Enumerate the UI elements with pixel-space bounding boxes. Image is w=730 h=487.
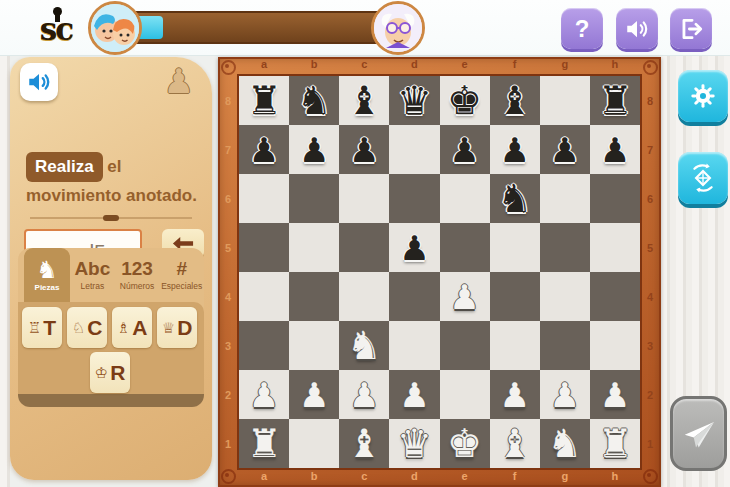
square-f2[interactable]: ♟	[490, 370, 540, 419]
square-g2[interactable]: ♟	[540, 370, 590, 419]
board-grid: ♜♞♝♛♚♝♜♟♟♟♟♟♟♟♞♟♟♞♟♟♟♟♟♟♟♜♝♛♚♝♞♜	[239, 76, 640, 468]
rank-label-5: 5	[220, 223, 236, 272]
white-pawn[interactable]: ♟	[499, 378, 529, 412]
tab-special-small: Especiales	[161, 281, 202, 291]
black-knight[interactable]: ♞	[297, 81, 332, 120]
black-bishop[interactable]: ♝	[497, 81, 532, 120]
black-pawn[interactable]: ♟	[349, 133, 379, 167]
white-rook[interactable]: ♜	[247, 424, 282, 463]
tab-pieces-label: Piezas	[35, 283, 60, 292]
submit-move-button[interactable]	[670, 396, 727, 471]
square-f7[interactable]: ♟	[490, 125, 540, 174]
speaker-blue-icon	[26, 69, 52, 95]
key-letter: D	[177, 316, 192, 340]
king-key-icon: ♔	[95, 364, 108, 382]
file-labels-top: abcdefgh	[239, 58, 640, 74]
square-b7[interactable]: ♟	[289, 125, 339, 174]
file-label-c: c	[339, 470, 389, 486]
tab-numbers[interactable]: 123 Números	[115, 248, 160, 302]
square-d5[interactable]: ♟	[389, 223, 439, 272]
white-queen[interactable]: ♛	[397, 424, 432, 463]
key-letter: T	[43, 316, 56, 340]
professor-avatar-art	[374, 4, 422, 52]
square-f5[interactable]	[490, 223, 540, 272]
black-queen[interactable]: ♛	[397, 81, 432, 120]
tab-special[interactable]: # Especiales	[159, 248, 204, 302]
tab-letters-small: Letras	[81, 281, 105, 291]
rank-label-1: 1	[220, 419, 236, 468]
square-a7[interactable]: ♟	[239, 125, 289, 174]
rank-label-4: 4	[642, 272, 658, 321]
black-rook[interactable]: ♜	[247, 81, 282, 120]
square-b6[interactable]	[289, 174, 339, 223]
rank-labels-right: 87654321	[642, 76, 658, 468]
rook-key-icon: ♖	[28, 319, 41, 337]
knight-tab-icon: ♞	[36, 258, 58, 282]
square-f8[interactable]: ♝	[490, 76, 540, 125]
file-label-d: d	[389, 58, 439, 74]
square-c1[interactable]: ♝	[339, 419, 389, 468]
square-a5[interactable]	[239, 223, 289, 272]
rank-label-8: 8	[220, 76, 236, 125]
tab-pieces[interactable]: ♞ Piezas	[24, 248, 70, 302]
pillar-background-left	[0, 55, 10, 487]
rank-label-3: 3	[220, 321, 236, 370]
square-e4[interactable]: ♟	[440, 272, 490, 321]
logout-button[interactable]	[670, 8, 712, 49]
rank-label-6: 6	[220, 174, 236, 223]
queen-key-icon: ♕	[162, 319, 175, 337]
black-pawn[interactable]: ♟	[499, 133, 529, 167]
keys-area: ♖ T ♘ C ♗ A ♕ D ♔ R	[18, 302, 204, 394]
white-bishop[interactable]: ♝	[347, 424, 382, 463]
knight-key-icon: ♘	[72, 319, 85, 337]
white-king[interactable]: ♚	[447, 424, 482, 463]
square-e3[interactable]	[440, 321, 490, 370]
white-knight[interactable]: ♞	[347, 326, 382, 365]
rank-label-7: 7	[220, 125, 236, 174]
white-pawn[interactable]: ♟	[550, 378, 580, 412]
sound-button[interactable]	[616, 8, 658, 49]
white-pawn[interactable]: ♟	[600, 378, 630, 412]
square-f4[interactable]	[490, 272, 540, 321]
instruction-text: Realiza el movimiento anotado.	[26, 152, 202, 209]
square-a4[interactable]	[239, 272, 289, 321]
read-aloud-button[interactable]	[20, 63, 58, 101]
square-a6[interactable]	[239, 174, 289, 223]
square-b1[interactable]	[289, 419, 339, 468]
black-pawn[interactable]: ♟	[449, 133, 479, 167]
file-labels-bottom: abcdefgh	[239, 470, 640, 486]
instruction-highlight: Realiza	[26, 152, 103, 182]
square-d1[interactable]: ♛	[389, 419, 439, 468]
white-pawn[interactable]: ♟	[349, 378, 379, 412]
square-e8[interactable]: ♚	[440, 76, 490, 125]
square-g4[interactable]	[540, 272, 590, 321]
square-g8[interactable]	[540, 76, 590, 125]
key-letter: C	[87, 316, 102, 340]
rank-label-6: 6	[642, 174, 658, 223]
rank-label-5: 5	[642, 223, 658, 272]
help-icon: ?	[575, 15, 590, 43]
square-d7[interactable]	[389, 125, 439, 174]
frame-ornament	[643, 469, 658, 484]
black-pawn[interactable]: ♟	[399, 231, 429, 265]
frame-ornament	[221, 60, 236, 75]
square-e5[interactable]	[440, 223, 490, 272]
file-label-a: a	[239, 58, 289, 74]
file-label-d: d	[389, 470, 439, 486]
square-c7[interactable]: ♟	[339, 125, 389, 174]
help-button[interactable]: ?	[561, 8, 603, 49]
student-avatar	[88, 1, 142, 55]
instruction-rest1: el	[107, 157, 121, 176]
kids-avatar-art	[91, 4, 139, 52]
instruction-rest2: movimiento anotado.	[26, 186, 197, 205]
file-label-c: c	[339, 58, 389, 74]
key-letter: R	[110, 361, 125, 385]
black-knight[interactable]: ♞	[497, 179, 532, 218]
square-f1[interactable]: ♝	[490, 419, 540, 468]
square-a1[interactable]: ♜	[239, 419, 289, 468]
file-label-h: h	[590, 58, 640, 74]
square-e7[interactable]: ♟	[440, 125, 490, 174]
square-c2[interactable]: ♟	[339, 370, 389, 419]
frame-ornament	[221, 469, 236, 484]
header-bar: sc	[0, 0, 730, 56]
file-label-g: g	[540, 58, 590, 74]
square-b2[interactable]: ♟	[289, 370, 339, 419]
exercise-panel: ♟ Realiza el movimiento anotado. ✕ ♞ Pie…	[10, 57, 212, 480]
square-b8[interactable]: ♞	[289, 76, 339, 125]
notation-keypad: ♞ Piezas Abc Letras 123 Números # Especi…	[18, 248, 204, 407]
square-d6[interactable]	[389, 174, 439, 223]
rank-labels-left: 87654321	[220, 76, 236, 468]
square-h7[interactable]: ♟	[590, 125, 640, 174]
square-h4[interactable]	[590, 272, 640, 321]
white-pawn[interactable]: ♟	[399, 378, 429, 412]
rank-label-8: 8	[642, 76, 658, 125]
square-g6[interactable]	[540, 174, 590, 223]
white-pawn[interactable]: ♟	[449, 280, 479, 314]
app-logo: sc	[26, 8, 86, 50]
square-c6[interactable]	[339, 174, 389, 223]
black-pawn[interactable]: ♟	[249, 133, 279, 167]
rank-label-2: 2	[220, 370, 236, 419]
tab-special-big: #	[176, 259, 187, 279]
file-label-e: e	[440, 470, 490, 486]
rank-label-3: 3	[642, 321, 658, 370]
white-pawn[interactable]: ♟	[249, 378, 279, 412]
rank-label-7: 7	[642, 125, 658, 174]
key-king-R[interactable]: ♔ R	[90, 352, 130, 393]
square-d3[interactable]	[389, 321, 439, 370]
square-b4[interactable]	[289, 272, 339, 321]
tab-letters[interactable]: Abc Letras	[70, 248, 115, 302]
white-knight[interactable]: ♞	[547, 424, 582, 463]
square-d8[interactable]: ♛	[389, 76, 439, 125]
app-root: sc	[0, 0, 730, 487]
white-rook[interactable]: ♜	[597, 424, 632, 463]
progress-bar	[118, 11, 410, 44]
flip-board-icon	[688, 162, 718, 194]
key-queen-D[interactable]: ♕ D	[157, 307, 197, 348]
tab-numbers-small: Números	[120, 281, 154, 291]
speaker-icon	[624, 16, 650, 42]
key-bishop-A[interactable]: ♗ A	[112, 307, 152, 348]
file-label-h: h	[590, 470, 640, 486]
key-knight-C[interactable]: ♘ C	[67, 307, 107, 348]
key-rook-T[interactable]: ♖ T	[22, 307, 62, 348]
rank-label-4: 4	[220, 272, 236, 321]
file-label-a: a	[239, 470, 289, 486]
frame-ornament	[643, 60, 658, 75]
key-letter: A	[132, 316, 147, 340]
tutor-avatar	[371, 1, 425, 55]
bishop-key-icon: ♗	[117, 319, 130, 337]
tab-numbers-big: 123	[121, 259, 153, 279]
black-pawn[interactable]: ♟	[550, 133, 580, 167]
square-b5[interactable]	[289, 223, 339, 272]
square-h5[interactable]	[590, 223, 640, 272]
rank-label-2: 2	[642, 370, 658, 419]
file-label-f: f	[490, 58, 540, 74]
square-e2[interactable]	[440, 370, 490, 419]
square-a3[interactable]	[239, 321, 289, 370]
ornamental-divider	[30, 217, 192, 219]
file-label-b: b	[289, 58, 339, 74]
black-pawn[interactable]: ♟	[600, 133, 630, 167]
file-label-g: g	[540, 470, 590, 486]
square-h1[interactable]: ♜	[590, 419, 640, 468]
black-king[interactable]: ♚	[447, 81, 482, 120]
chess-board-frame: abcdefgh abcdefgh 87654321 87654321 ♜♞♝♛…	[218, 57, 661, 487]
square-d2[interactable]: ♟	[389, 370, 439, 419]
square-g5[interactable]	[540, 223, 590, 272]
square-h3[interactable]	[590, 321, 640, 370]
square-f6[interactable]: ♞	[490, 174, 540, 223]
file-label-f: f	[490, 470, 540, 486]
pawn-watermark-icon: ♟	[164, 61, 194, 101]
square-a2[interactable]: ♟	[239, 370, 289, 419]
square-f3[interactable]	[490, 321, 540, 370]
keypad-tabs: Abc Letras 123 Números # Especiales	[70, 248, 204, 302]
rank-label-1: 1	[642, 419, 658, 468]
square-b3[interactable]	[289, 321, 339, 370]
file-label-e: e	[440, 58, 490, 74]
settings-button[interactable]	[678, 70, 728, 122]
file-label-b: b	[289, 470, 339, 486]
exit-icon	[678, 16, 704, 42]
square-h2[interactable]: ♟	[590, 370, 640, 419]
square-g1[interactable]: ♞	[540, 419, 590, 468]
square-d4[interactable]	[389, 272, 439, 321]
square-h6[interactable]	[590, 174, 640, 223]
square-h8[interactable]: ♜	[590, 76, 640, 125]
tab-letters-big: Abc	[74, 259, 110, 279]
white-bishop[interactable]: ♝	[497, 424, 532, 463]
gear-icon	[689, 82, 717, 110]
square-c4[interactable]	[339, 272, 389, 321]
black-rook[interactable]: ♜	[597, 81, 632, 120]
square-a8[interactable]: ♜	[239, 76, 289, 125]
white-pawn[interactable]: ♟	[299, 378, 329, 412]
square-c3[interactable]: ♞	[339, 321, 389, 370]
paper-plane-icon	[681, 416, 717, 452]
black-bishop[interactable]: ♝	[347, 81, 382, 120]
square-g3[interactable]	[540, 321, 590, 370]
square-e1[interactable]: ♚	[440, 419, 490, 468]
square-g7[interactable]: ♟	[540, 125, 590, 174]
square-c8[interactable]: ♝	[339, 76, 389, 125]
black-pawn[interactable]: ♟	[299, 133, 329, 167]
flip-board-button[interactable]	[678, 152, 728, 204]
square-e6[interactable]	[440, 174, 490, 223]
square-c5[interactable]	[339, 223, 389, 272]
